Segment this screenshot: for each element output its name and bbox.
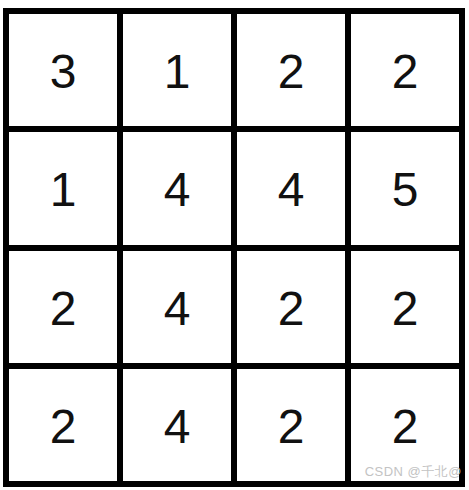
number-grid-board: 3 1 2 2 1 4 4 5 2 4 2 2 2 4 2 2: [3, 8, 465, 487]
cell-r3c1: 2: [9, 251, 117, 363]
csdn-watermark: CSDN @千北@: [365, 463, 462, 481]
cell-r4c1: 2: [9, 369, 117, 481]
cell-r4c3: 2: [237, 369, 345, 481]
cell-r2c1: 1: [9, 132, 117, 244]
cell-r3c2: 4: [123, 251, 231, 363]
cell-r2c2: 4: [123, 132, 231, 244]
cell-r2c3: 4: [237, 132, 345, 244]
cell-r1c1: 3: [9, 14, 117, 126]
cell-r1c4: 2: [351, 14, 459, 126]
cell-r1c3: 2: [237, 14, 345, 126]
cell-r2c4: 5: [351, 132, 459, 244]
cell-r3c3: 2: [237, 251, 345, 363]
cell-r4c2: 4: [123, 369, 231, 481]
cell-r1c2: 1: [123, 14, 231, 126]
cell-r3c4: 2: [351, 251, 459, 363]
